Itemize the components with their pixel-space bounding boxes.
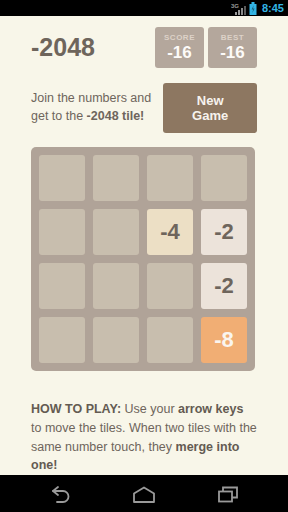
new-game-button[interactable]: New Game: [163, 83, 257, 133]
best-label: BEST: [221, 33, 244, 42]
score-label: SCORE: [164, 33, 195, 42]
game-page: -2048 SCORE -16 BEST -16 Join the number…: [31, 16, 257, 475]
empty-cell: [39, 155, 85, 201]
intro-text-bold: -2048 tile!: [87, 109, 145, 123]
intro-text: Join the numbers and get to the -2048 ti…: [31, 90, 163, 126]
empty-cell: [39, 317, 85, 363]
score-container: SCORE -16 BEST -16: [155, 27, 257, 68]
phone-screen: 3G 8:45 -2048 SCORE -16 BEST -16: [0, 0, 288, 512]
score-value: -16: [167, 43, 192, 63]
howto-text: HOW TO PLAY: Use your arrow keys to move…: [31, 400, 257, 475]
signal-3g-icon: 3G: [231, 2, 246, 15]
empty-cell: [147, 155, 193, 201]
howto-normal-1: Use your: [121, 402, 178, 416]
empty-cell: [147, 317, 193, 363]
recents-icon[interactable]: [204, 475, 252, 512]
home-icon[interactable]: [120, 475, 168, 512]
empty-cell: [39, 209, 85, 255]
tile--2: -2: [201, 209, 247, 255]
score-box: SCORE -16: [155, 27, 204, 68]
sub-header: Join the numbers and get to the -2048 ti…: [31, 83, 257, 133]
header: -2048 SCORE -16 BEST -16: [31, 27, 257, 68]
network-type-label: 3G: [231, 3, 239, 9]
tile--2: -2: [201, 263, 247, 309]
howto-bold-1: HOW TO PLAY:: [31, 402, 121, 416]
empty-cell: [93, 263, 139, 309]
game-board[interactable]: -4-2-2-8: [31, 147, 255, 371]
navigation-bar: [0, 475, 288, 512]
page-title: -2048: [31, 33, 95, 62]
battery-charging-icon: [249, 2, 257, 15]
best-value: -16: [220, 43, 245, 63]
clock: 8:45: [260, 0, 284, 16]
empty-cell: [93, 155, 139, 201]
tile--4: -4: [147, 209, 193, 255]
empty-cell: [201, 155, 247, 201]
tile--8: -8: [201, 317, 247, 363]
best-box: BEST -16: [208, 27, 257, 68]
howto-bold-2: arrow keys: [178, 402, 243, 416]
empty-cell: [147, 263, 193, 309]
status-bar: 3G 8:45: [0, 0, 288, 16]
back-icon[interactable]: [36, 475, 84, 512]
empty-cell: [93, 209, 139, 255]
empty-cell: [93, 317, 139, 363]
empty-cell: [39, 263, 85, 309]
